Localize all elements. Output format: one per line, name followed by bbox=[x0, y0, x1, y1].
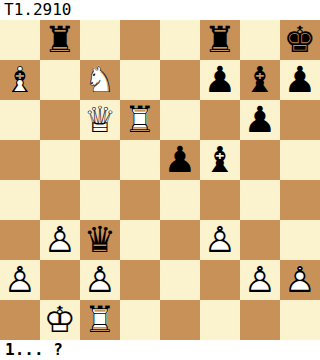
square-e4[interactable] bbox=[160, 180, 200, 220]
square-g4[interactable] bbox=[240, 180, 280, 220]
white-p-fill: ♟ bbox=[200, 220, 240, 260]
square-c4[interactable] bbox=[80, 180, 120, 220]
square-a8[interactable] bbox=[0, 20, 40, 60]
square-e3[interactable] bbox=[160, 220, 200, 260]
square-h3[interactable] bbox=[280, 220, 320, 260]
square-c5[interactable] bbox=[80, 140, 120, 180]
square-f6[interactable] bbox=[200, 100, 240, 140]
white-k-fill: ♚ bbox=[40, 300, 80, 340]
square-d2[interactable] bbox=[120, 260, 160, 300]
piece-white-n: ♘ bbox=[80, 60, 120, 100]
piece-black-b: ♝ bbox=[200, 140, 240, 180]
piece-white-k: ♔ bbox=[40, 300, 80, 340]
piece-white-b: ♗ bbox=[0, 60, 40, 100]
square-h2[interactable]: ♟♙ bbox=[280, 260, 320, 300]
white-r-fill: ♜ bbox=[80, 300, 120, 340]
piece-white-q: ♕ bbox=[80, 100, 120, 140]
piece-white-r: ♖ bbox=[80, 300, 120, 340]
piece-white-p: ♙ bbox=[40, 220, 80, 260]
square-e1[interactable] bbox=[160, 300, 200, 340]
square-a2[interactable]: ♟♙ bbox=[0, 260, 40, 300]
square-a5[interactable] bbox=[0, 140, 40, 180]
square-d4[interactable] bbox=[120, 180, 160, 220]
square-f4[interactable] bbox=[200, 180, 240, 220]
chess-diagram: T1.2910 ♜♜♚♝♗♞♘♟♝♟♛♕♜♖♟♟♝♟♙♛♟♙♟♙♟♙♟♙♟♙♚♔… bbox=[0, 0, 320, 360]
square-e6[interactable] bbox=[160, 100, 200, 140]
square-g7[interactable]: ♝ bbox=[240, 60, 280, 100]
square-c2[interactable]: ♟♙ bbox=[80, 260, 120, 300]
white-p-fill: ♟ bbox=[40, 220, 80, 260]
white-p-fill: ♟ bbox=[240, 260, 280, 300]
square-b5[interactable] bbox=[40, 140, 80, 180]
square-a7[interactable]: ♝♗ bbox=[0, 60, 40, 100]
piece-black-r: ♜ bbox=[40, 20, 80, 60]
square-d5[interactable] bbox=[120, 140, 160, 180]
chess-board[interactable]: ♜♜♚♝♗♞♘♟♝♟♛♕♜♖♟♟♝♟♙♛♟♙♟♙♟♙♟♙♟♙♚♔♜♖ bbox=[0, 20, 320, 340]
piece-black-b: ♝ bbox=[240, 60, 280, 100]
piece-white-p: ♙ bbox=[200, 220, 240, 260]
square-a3[interactable] bbox=[0, 220, 40, 260]
square-f2[interactable] bbox=[200, 260, 240, 300]
piece-black-k: ♚ bbox=[280, 20, 320, 60]
piece-white-p: ♙ bbox=[280, 260, 320, 300]
move-prompt-label: 1... ? bbox=[5, 340, 63, 360]
square-c3[interactable]: ♛ bbox=[80, 220, 120, 260]
square-g3[interactable] bbox=[240, 220, 280, 260]
piece-white-p: ♙ bbox=[80, 260, 120, 300]
square-f1[interactable] bbox=[200, 300, 240, 340]
piece-black-r: ♜ bbox=[200, 20, 240, 60]
square-c7[interactable]: ♞♘ bbox=[80, 60, 120, 100]
square-b2[interactable] bbox=[40, 260, 80, 300]
white-p-fill: ♟ bbox=[280, 260, 320, 300]
square-b1[interactable]: ♚♔ bbox=[40, 300, 80, 340]
square-f7[interactable]: ♟ bbox=[200, 60, 240, 100]
square-h8[interactable]: ♚ bbox=[280, 20, 320, 60]
piece-black-p: ♟ bbox=[160, 140, 200, 180]
square-d3[interactable] bbox=[120, 220, 160, 260]
piece-black-p: ♟ bbox=[240, 100, 280, 140]
piece-white-p: ♙ bbox=[240, 260, 280, 300]
square-d1[interactable] bbox=[120, 300, 160, 340]
diagram-title-bar: T1.2910 bbox=[0, 0, 320, 20]
square-c6[interactable]: ♛♕ bbox=[80, 100, 120, 140]
square-c8[interactable] bbox=[80, 20, 120, 60]
square-b8[interactable]: ♜ bbox=[40, 20, 80, 60]
square-h7[interactable]: ♟ bbox=[280, 60, 320, 100]
square-e7[interactable] bbox=[160, 60, 200, 100]
square-g5[interactable] bbox=[240, 140, 280, 180]
square-a6[interactable] bbox=[0, 100, 40, 140]
white-p-fill: ♟ bbox=[80, 260, 120, 300]
square-b4[interactable] bbox=[40, 180, 80, 220]
square-h5[interactable] bbox=[280, 140, 320, 180]
square-h4[interactable] bbox=[280, 180, 320, 220]
square-g6[interactable]: ♟ bbox=[240, 100, 280, 140]
square-h6[interactable] bbox=[280, 100, 320, 140]
piece-black-q: ♛ bbox=[80, 220, 120, 260]
square-d7[interactable] bbox=[120, 60, 160, 100]
white-b-fill: ♝ bbox=[0, 60, 40, 100]
square-d6[interactable]: ♜♖ bbox=[120, 100, 160, 140]
square-g2[interactable]: ♟♙ bbox=[240, 260, 280, 300]
square-f3[interactable]: ♟♙ bbox=[200, 220, 240, 260]
square-b7[interactable] bbox=[40, 60, 80, 100]
piece-black-p: ♟ bbox=[200, 60, 240, 100]
square-e5[interactable]: ♟ bbox=[160, 140, 200, 180]
piece-white-r: ♖ bbox=[120, 100, 160, 140]
square-c1[interactable]: ♜♖ bbox=[80, 300, 120, 340]
white-n-fill: ♞ bbox=[80, 60, 120, 100]
square-b3[interactable]: ♟♙ bbox=[40, 220, 80, 260]
square-g8[interactable] bbox=[240, 20, 280, 60]
square-e2[interactable] bbox=[160, 260, 200, 300]
piece-white-p: ♙ bbox=[0, 260, 40, 300]
white-q-fill: ♛ bbox=[80, 100, 120, 140]
square-f8[interactable]: ♜ bbox=[200, 20, 240, 60]
square-f5[interactable]: ♝ bbox=[200, 140, 240, 180]
square-e8[interactable] bbox=[160, 20, 200, 60]
white-p-fill: ♟ bbox=[0, 260, 40, 300]
square-b6[interactable] bbox=[40, 100, 80, 140]
square-g1[interactable] bbox=[240, 300, 280, 340]
puzzle-id-label: T1.2910 bbox=[4, 1, 71, 19]
square-a4[interactable] bbox=[0, 180, 40, 220]
move-prompt-bar: 1... ? bbox=[0, 340, 320, 360]
piece-black-p: ♟ bbox=[280, 60, 320, 100]
square-h1[interactable] bbox=[280, 300, 320, 340]
white-r-fill: ♜ bbox=[120, 100, 160, 140]
square-a1[interactable] bbox=[0, 300, 40, 340]
square-d8[interactable] bbox=[120, 20, 160, 60]
